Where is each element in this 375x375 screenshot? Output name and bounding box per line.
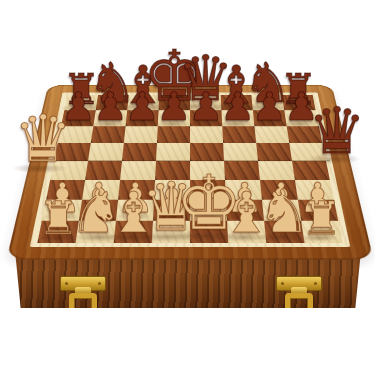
clasp-hasp-icon bbox=[285, 293, 313, 322]
square-b5[interactable] bbox=[88, 143, 124, 161]
piece-black-pawn-f7[interactable]: ♟ bbox=[220, 87, 255, 126]
piece-black-pawn-g7[interactable]: ♟ bbox=[252, 87, 287, 126]
brass-clasp-left[interactable] bbox=[60, 276, 106, 322]
piece-black-pawn-b7[interactable]: ♟ bbox=[93, 87, 128, 126]
brass-clasp-right[interactable] bbox=[276, 276, 322, 322]
piece-white-rook-h1[interactable]: ♜ bbox=[301, 195, 342, 241]
pieces-layer: ♜♞♝♚♛♝♞♜♟♟♟♟♟♟♟♟♟♟♟♟♟♟♟♟♜♞♝♛♚♝♞♜♛♛ bbox=[0, 0, 375, 375]
clasp-hasp-icon bbox=[69, 293, 97, 322]
square-c5[interactable] bbox=[122, 143, 157, 161]
chess-set-photo: ♜♞♝♚♛♝♞♜♟♟♟♟♟♟♟♟♟♟♟♟♟♟♟♟♜♞♝♛♚♝♞♜♛♛ bbox=[0, 0, 375, 375]
piece-black-queen-spare-right-frame[interactable]: ♛ bbox=[308, 99, 365, 163]
piece-black-pawn-d7[interactable]: ♟ bbox=[157, 87, 192, 126]
piece-white-queen-spare-left-frame[interactable]: ♛ bbox=[14, 107, 72, 172]
square-g5[interactable] bbox=[256, 143, 292, 161]
piece-black-pawn-e7[interactable]: ♟ bbox=[188, 87, 223, 126]
box-front-face bbox=[10, 254, 366, 308]
piece-black-pawn-c7[interactable]: ♟ bbox=[125, 87, 160, 126]
